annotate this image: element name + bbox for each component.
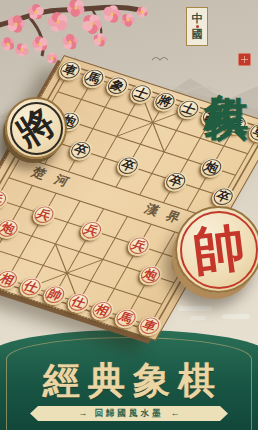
- piece-glyph: 帥: [46, 287, 64, 302]
- piece-glyph: 馬: [85, 71, 103, 86]
- piece-glyph: 卒: [72, 143, 90, 158]
- piece-glyph: 馬: [227, 117, 245, 132]
- subtitle-ribbon: → 回歸國風水墨 ←: [30, 406, 228, 421]
- cloud-streaks-decoration-2: [170, 300, 258, 334]
- featured-red-general-piece: 帥: [175, 206, 258, 293]
- featured-black-general-piece: 將: [5, 97, 67, 159]
- app-screen: 經典象棋 → 回歸國風水墨 ← 楚河 漢界 車馬象士將士象馬車炮炮卒卒卒卒卒兵兵…: [0, 0, 258, 430]
- piece-glyph: 將: [156, 94, 174, 109]
- piece-glyph: 兵: [0, 192, 5, 207]
- piece-glyph: 仕: [22, 280, 40, 295]
- cherry-blossom-decoration: [0, 0, 200, 75]
- piece-glyph: 馬: [117, 311, 135, 326]
- piece-glyph: 象: [108, 78, 126, 93]
- piece-glyph: 卒: [167, 174, 185, 189]
- piece-glyph: 車: [141, 318, 159, 333]
- piece-glyph: 炮: [0, 221, 17, 236]
- piece-glyph: 卒: [214, 189, 232, 204]
- piece-glyph: 士: [180, 102, 198, 117]
- piece-glyph: 卒: [119, 158, 137, 173]
- piece-glyph: 兵: [35, 207, 53, 222]
- piece-glyph: 車: [251, 125, 258, 140]
- subtitle-text: 回歸國風水墨: [95, 409, 164, 418]
- piece-glyph: 車: [61, 63, 79, 78]
- classic-xiangqi-title: 經典象棋: [0, 356, 258, 406]
- piece-glyph: 相: [0, 272, 16, 287]
- piece-glyph: 兵: [130, 238, 148, 253]
- ribbon-right-arrow-icon: ←: [171, 409, 180, 418]
- piece-glyph: 炮: [203, 160, 221, 175]
- red-general-glyph: 帥: [190, 221, 248, 279]
- bird-icon: [152, 58, 168, 61]
- piece-glyph: 相: [93, 303, 111, 318]
- piece-glyph: 士: [132, 86, 150, 101]
- piece-glyph: 兵: [82, 223, 100, 238]
- piece-glyph: 炮: [141, 268, 159, 283]
- ribbon-left-arrow-icon: →: [79, 409, 88, 418]
- red-seal-icon: [238, 53, 251, 66]
- black-general-glyph: 將: [11, 103, 61, 153]
- piece-glyph: 仕: [69, 295, 87, 310]
